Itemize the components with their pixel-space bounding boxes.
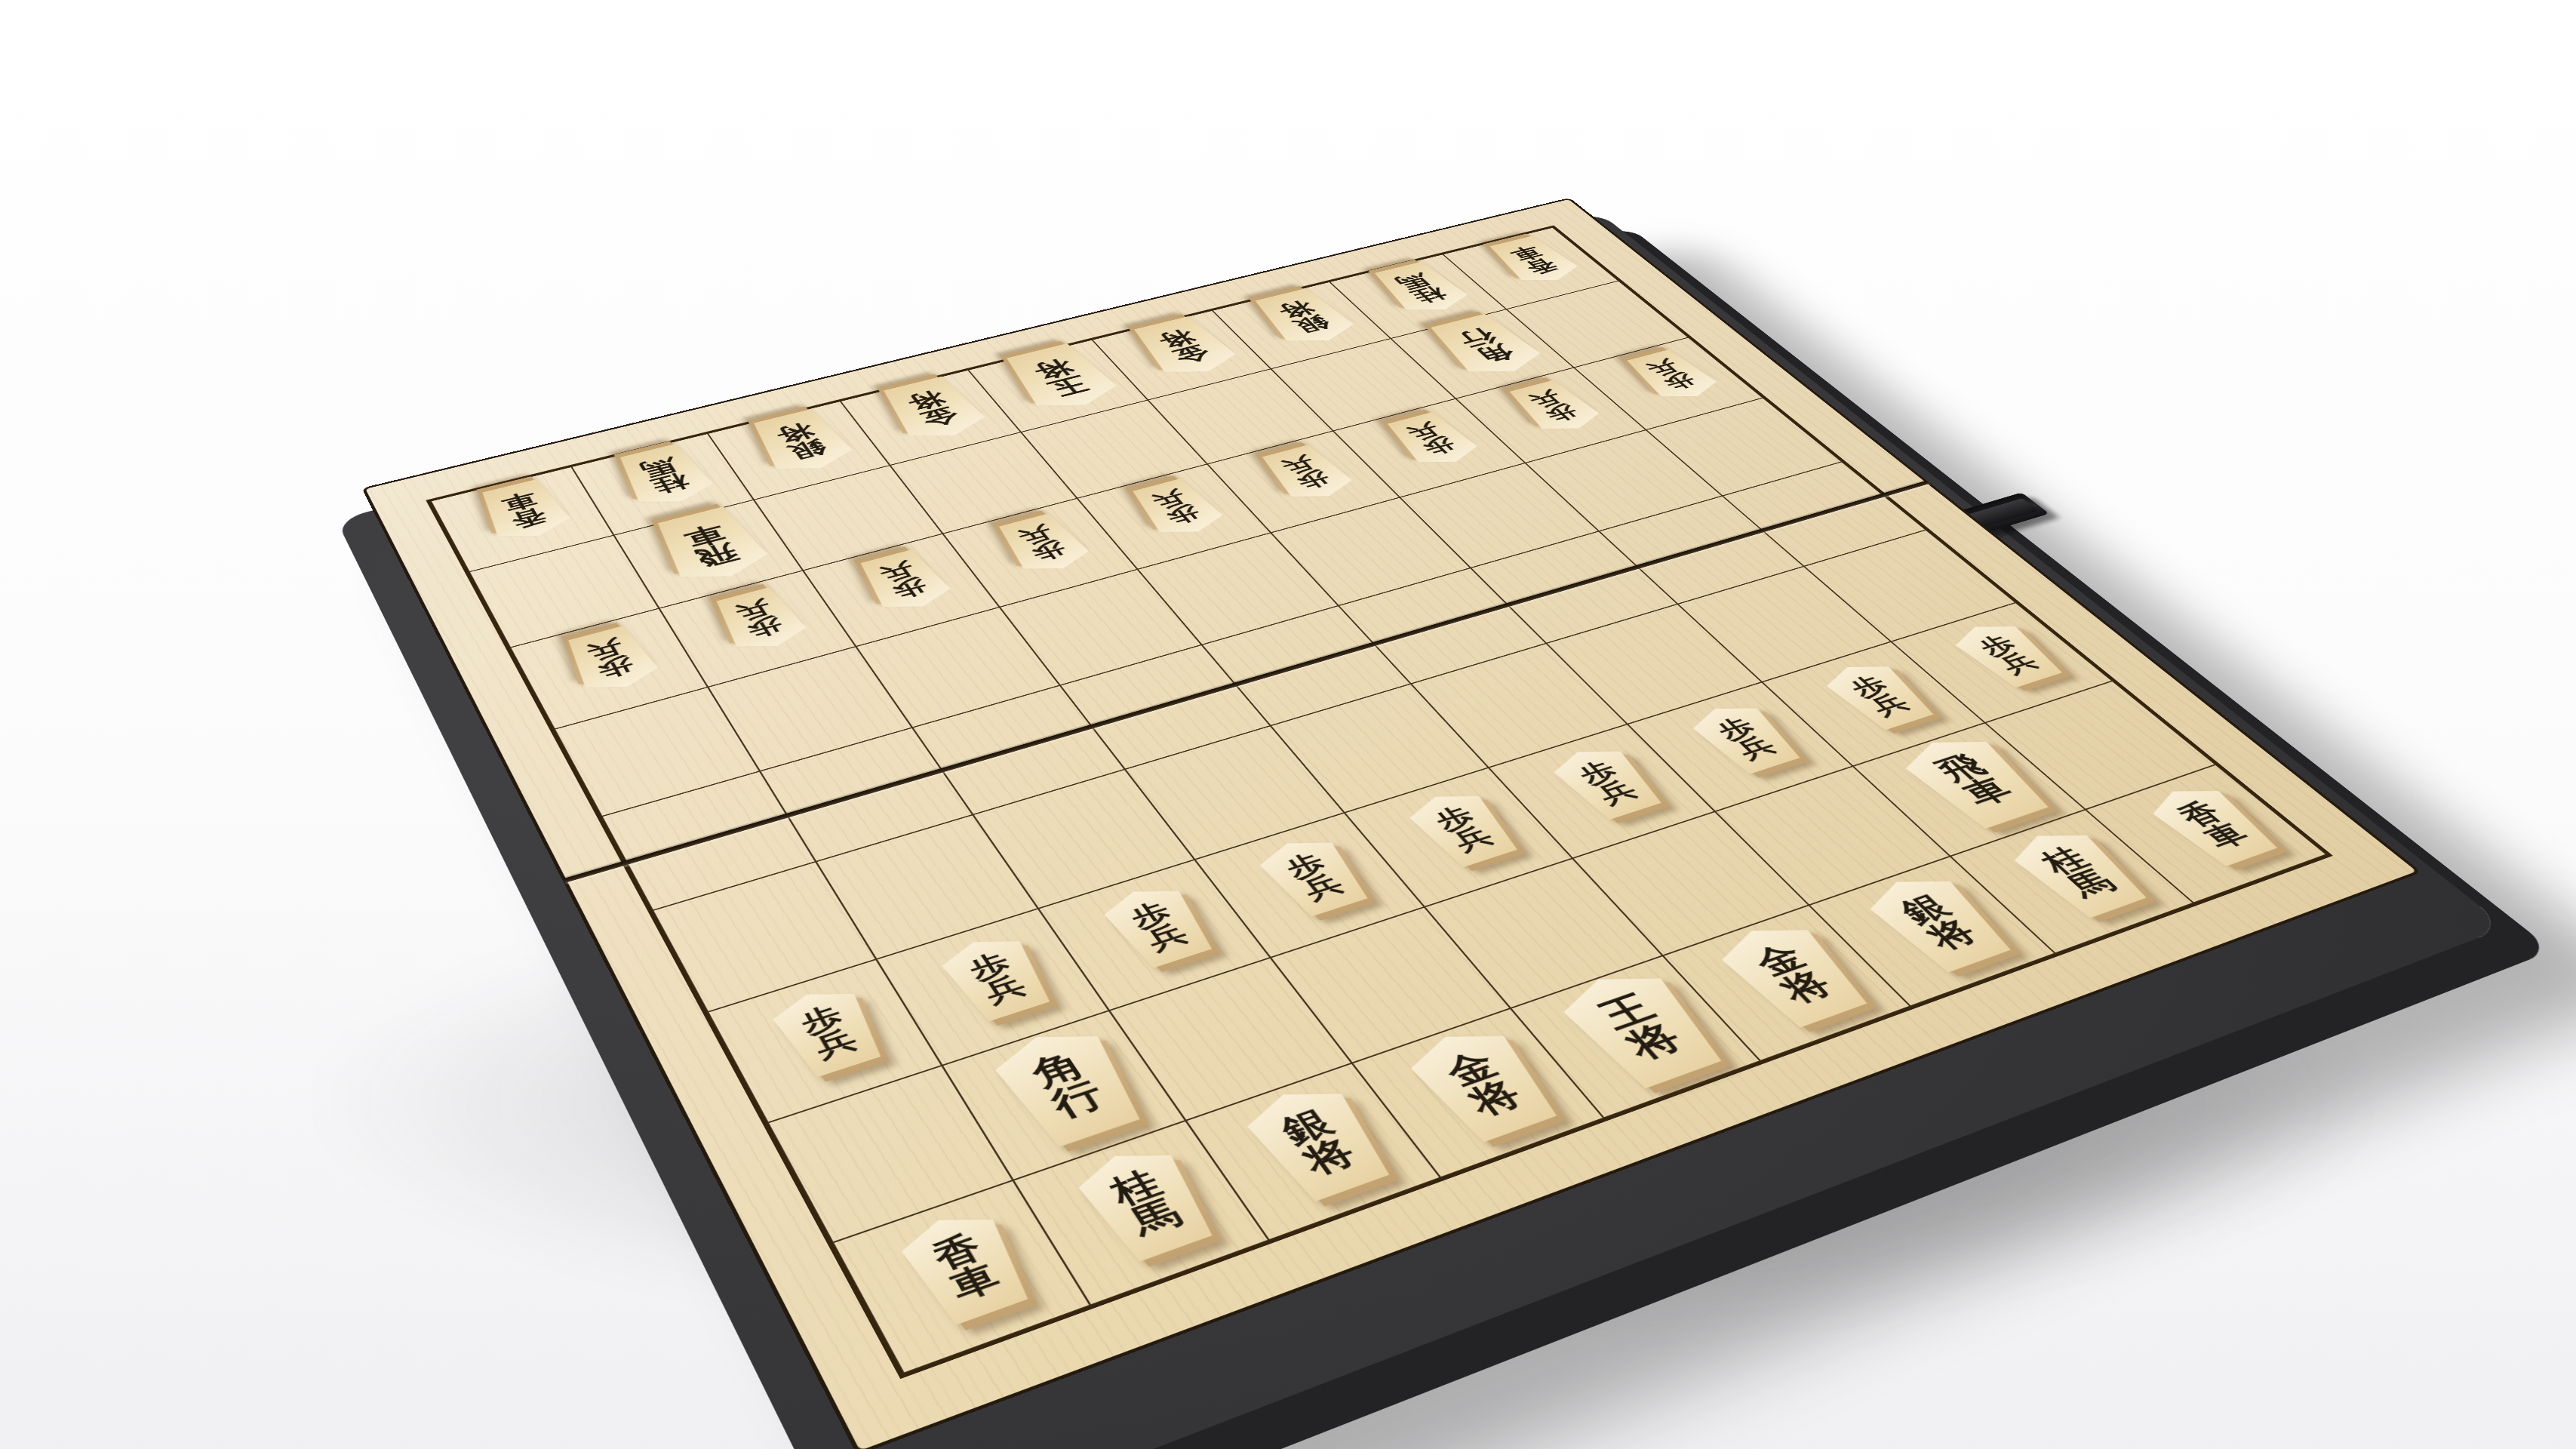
page-background: { "game": "shogi", "description": "Foldi… xyxy=(0,0,2576,1449)
